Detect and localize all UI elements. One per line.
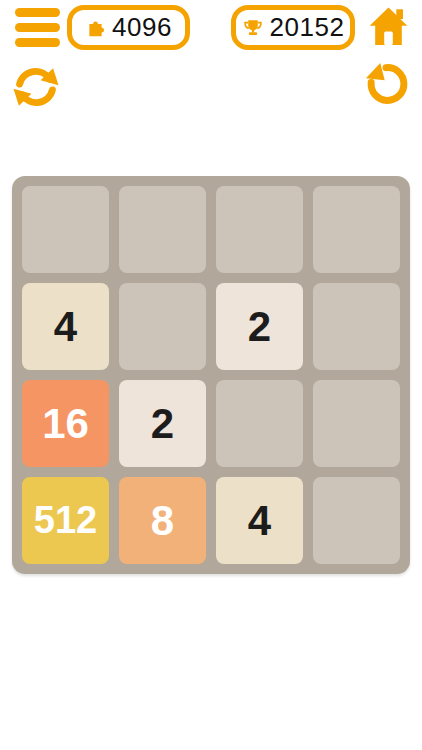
- hamburger-icon: [15, 8, 60, 17]
- restart-button[interactable]: [11, 62, 61, 112]
- menu-button[interactable]: [15, 8, 60, 47]
- tile-4: 4: [22, 283, 109, 370]
- empty-cell: [119, 186, 206, 273]
- 2048-app: 4096 20152: [0, 0, 422, 750]
- game-board[interactable]: 4216251284: [12, 176, 410, 574]
- empty-cell: [216, 380, 303, 467]
- score-badge: 20152: [231, 5, 355, 50]
- empty-cell: [313, 477, 400, 564]
- trophy-icon: [242, 17, 264, 39]
- tile-2: 2: [216, 283, 303, 370]
- best-tile-value: 4096: [112, 12, 172, 43]
- hamburger-icon: [15, 23, 60, 32]
- score-value: 20152: [270, 12, 345, 43]
- tile-512: 512: [22, 477, 109, 564]
- empty-cell: [216, 186, 303, 273]
- puzzle-piece-icon: [85, 17, 106, 38]
- undo-button[interactable]: [361, 59, 410, 107]
- empty-cell: [22, 186, 109, 273]
- tile-8: 8: [119, 477, 206, 564]
- empty-cell: [119, 283, 206, 370]
- empty-cell: [313, 186, 400, 273]
- tile-4: 4: [216, 477, 303, 564]
- empty-cell: [313, 283, 400, 370]
- empty-cell: [313, 380, 400, 467]
- refresh-icon: [14, 68, 59, 106]
- home-icon: [370, 8, 408, 46]
- best-tile-badge: 4096: [67, 5, 190, 50]
- hamburger-icon: [15, 38, 60, 47]
- home-button[interactable]: [364, 3, 413, 50]
- undo-icon: [366, 63, 404, 100]
- tile-16: 16: [22, 380, 109, 467]
- tile-2: 2: [119, 380, 206, 467]
